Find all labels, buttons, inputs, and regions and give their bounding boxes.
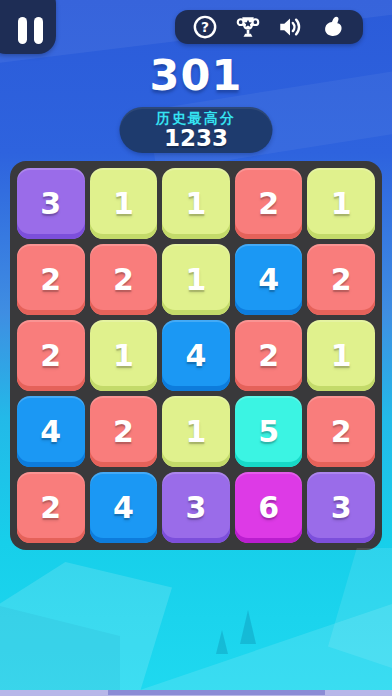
- tree-icon: [240, 610, 256, 644]
- help-icon: ?: [192, 14, 218, 40]
- board: 3112122142214214215224363: [10, 161, 382, 550]
- svg-text:?: ?: [201, 19, 209, 35]
- best-score-pill: 历史最高分 1233: [120, 107, 273, 153]
- top-icon-bar: ?: [175, 10, 363, 44]
- tile-r1c4[interactable]: 2: [235, 168, 303, 239]
- trophy-button[interactable]: [235, 14, 261, 40]
- tile-r3c4[interactable]: 2: [235, 320, 303, 391]
- tile-r3c5[interactable]: 1: [307, 320, 375, 391]
- best-score-value: 1233: [164, 126, 228, 150]
- tile-r4c1[interactable]: 4: [17, 396, 85, 467]
- tree-icon: [216, 630, 228, 654]
- tile-r4c5[interactable]: 2: [307, 396, 375, 467]
- sound-icon: [277, 14, 303, 40]
- tile-r2c4[interactable]: 4: [235, 244, 303, 315]
- tile-r3c1[interactable]: 2: [17, 320, 85, 391]
- hand-icon: [320, 14, 346, 40]
- tile-r1c3[interactable]: 1: [162, 168, 230, 239]
- tile-r5c3[interactable]: 3: [162, 472, 230, 543]
- landscape-background: [0, 548, 392, 690]
- tile-r3c3[interactable]: 4: [162, 320, 230, 391]
- tile-r3c2[interactable]: 1: [90, 320, 158, 391]
- sound-button[interactable]: [277, 14, 303, 40]
- pause-button[interactable]: [0, 0, 56, 54]
- pause-icon: [18, 17, 43, 44]
- score-value: 301: [0, 50, 392, 100]
- game-screen: ? 301 历史最高: [0, 0, 392, 696]
- tile-r5c4[interactable]: 6: [235, 472, 303, 543]
- tile-r1c5[interactable]: 1: [307, 168, 375, 239]
- tile-r2c2[interactable]: 2: [90, 244, 158, 315]
- tile-r2c1[interactable]: 2: [17, 244, 85, 315]
- best-score-label: 历史最高分: [156, 110, 236, 126]
- hand-button[interactable]: [320, 14, 346, 40]
- trophy-icon: [235, 14, 261, 40]
- tile-r5c5[interactable]: 3: [307, 472, 375, 543]
- tile-r1c2[interactable]: 1: [90, 168, 158, 239]
- bottom-strip-segment: [108, 690, 325, 695]
- help-button[interactable]: ?: [192, 14, 218, 40]
- tile-r2c5[interactable]: 2: [307, 244, 375, 315]
- tile-r1c1[interactable]: 3: [17, 168, 85, 239]
- tile-r2c3[interactable]: 1: [162, 244, 230, 315]
- tile-r4c2[interactable]: 2: [90, 396, 158, 467]
- tile-r4c4[interactable]: 5: [235, 396, 303, 467]
- tile-r5c1[interactable]: 2: [17, 472, 85, 543]
- tile-r5c2[interactable]: 4: [90, 472, 158, 543]
- tile-r4c3[interactable]: 1: [162, 396, 230, 467]
